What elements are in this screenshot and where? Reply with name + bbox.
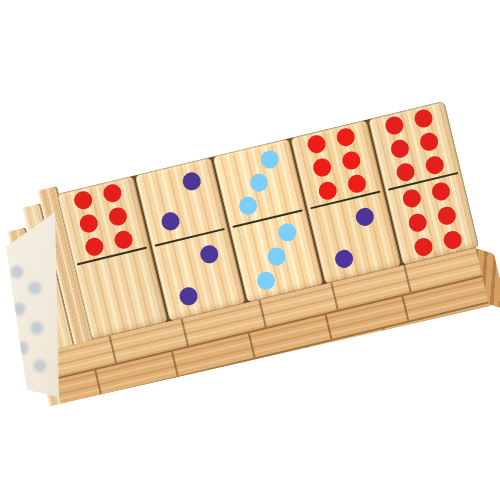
blue-pip	[237, 195, 259, 217]
red-pip	[107, 206, 129, 228]
tile-seam	[258, 300, 266, 328]
faint-end-pip	[31, 322, 44, 335]
faint-end-pip	[34, 360, 47, 373]
red-pip	[424, 154, 446, 176]
red-pip	[73, 190, 95, 212]
tile-seam	[94, 370, 102, 397]
red-pip	[311, 157, 333, 179]
red-pip	[306, 133, 328, 155]
tile-seam	[108, 336, 116, 364]
purple-pip	[198, 243, 220, 265]
red-pip	[340, 150, 362, 172]
domino-block	[0, 86, 500, 465]
red-pip	[335, 127, 357, 149]
purple-pip	[354, 206, 376, 228]
tile-seam	[382, 328, 390, 353]
purple-pip	[178, 286, 200, 308]
tile-seam	[403, 265, 411, 293]
blue-pip	[259, 148, 281, 170]
red-pip	[407, 212, 429, 234]
red-pip	[384, 115, 406, 137]
blue-pip	[248, 172, 270, 194]
red-pip	[413, 108, 435, 130]
red-pip	[413, 236, 435, 258]
red-pip	[389, 138, 411, 160]
blue-pip	[255, 270, 277, 292]
faint-end-pip	[29, 282, 42, 295]
red-pip	[430, 181, 452, 203]
blue-pip	[266, 246, 288, 268]
tile-seam	[181, 318, 189, 346]
red-pip	[317, 180, 339, 202]
red-pip	[418, 131, 440, 153]
tile-seam	[325, 314, 333, 341]
red-pip	[442, 229, 464, 251]
tile-seam	[228, 365, 236, 390]
blue-pip	[277, 221, 299, 243]
tile-seam	[402, 296, 410, 323]
red-pip	[346, 173, 368, 195]
red-pip	[78, 213, 100, 235]
purple-pip	[181, 170, 203, 192]
red-pip	[112, 229, 134, 251]
tile-seam	[147, 385, 155, 410]
red-pip	[395, 161, 417, 183]
purple-pip	[160, 211, 182, 233]
purple-pip	[333, 248, 355, 270]
red-pip	[436, 205, 458, 227]
faint-end-pip	[11, 266, 24, 279]
red-pip	[101, 183, 123, 205]
red-pip	[401, 187, 423, 209]
tile-seam	[331, 282, 339, 310]
tile-seam	[305, 347, 313, 372]
red-pip	[84, 236, 106, 258]
photo-stage	[0, 0, 500, 500]
tile-seam	[248, 333, 256, 360]
tile-seam	[171, 351, 179, 378]
